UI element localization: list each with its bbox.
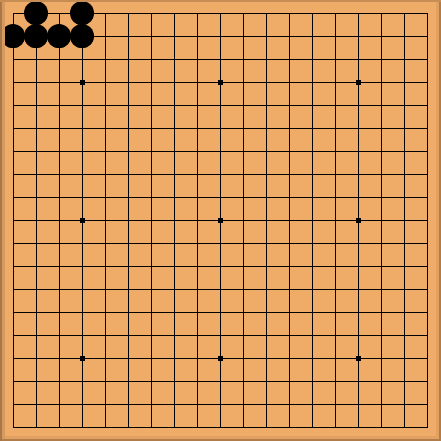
grid-cell	[105, 82, 128, 105]
grid-cell	[243, 243, 266, 266]
grid-cell	[381, 36, 404, 59]
grid-cell	[381, 404, 404, 427]
grid-cell	[82, 59, 105, 82]
grid-cell	[151, 266, 174, 289]
grid-cell	[289, 82, 312, 105]
grid-cell	[381, 289, 404, 312]
grid-cell	[13, 197, 36, 220]
grid-cell	[174, 128, 197, 151]
grid-cell	[404, 404, 427, 427]
grid-cell	[36, 151, 59, 174]
grid-cell	[82, 174, 105, 197]
grid-cell	[151, 36, 174, 59]
grid-cell	[289, 59, 312, 82]
grid-cell	[243, 312, 266, 335]
grid-cell	[128, 266, 151, 289]
grid-cell	[289, 404, 312, 427]
grid-cell	[36, 59, 59, 82]
grid-cell	[151, 381, 174, 404]
grid-cell	[197, 13, 220, 36]
grid-cell	[266, 151, 289, 174]
grid-cell	[404, 36, 427, 59]
grid-cell	[220, 151, 243, 174]
grid-cell	[13, 220, 36, 243]
grid-cell	[82, 197, 105, 220]
grid-cell	[266, 197, 289, 220]
grid-cell	[174, 335, 197, 358]
grid-cell	[59, 335, 82, 358]
grid-cell	[151, 174, 174, 197]
grid-cell	[174, 174, 197, 197]
grid-cell	[174, 358, 197, 381]
grid-cell	[128, 59, 151, 82]
grid-cell	[13, 335, 36, 358]
grid-cell	[312, 358, 335, 381]
grid-cell	[358, 243, 381, 266]
grid-cell	[197, 105, 220, 128]
grid-cell	[105, 128, 128, 151]
grid-cell	[151, 289, 174, 312]
grid-cell	[243, 404, 266, 427]
grid-cell	[358, 266, 381, 289]
grid-cell	[174, 59, 197, 82]
grid-cell	[197, 289, 220, 312]
grid-cell	[220, 220, 243, 243]
grid-cell	[243, 105, 266, 128]
grid-cell	[358, 59, 381, 82]
go-board[interactable]: ●●●●●●	[0, 0, 441, 441]
grid-cell	[358, 174, 381, 197]
grid-cell	[128, 381, 151, 404]
grid-cell	[289, 36, 312, 59]
star-point	[356, 80, 361, 85]
grid-cell	[381, 381, 404, 404]
grid-cell	[312, 13, 335, 36]
grid-cell	[266, 174, 289, 197]
black-stone[interactable]: ●	[70, 1, 94, 25]
grid-cell	[151, 243, 174, 266]
grid-cell	[289, 220, 312, 243]
grid-cell	[59, 220, 82, 243]
grid-cell	[13, 82, 36, 105]
grid-cell	[381, 197, 404, 220]
grid-cell	[105, 335, 128, 358]
grid-cell	[128, 220, 151, 243]
grid-cell	[358, 404, 381, 427]
grid-cell	[266, 13, 289, 36]
grid-cell	[358, 197, 381, 220]
grid-cell	[312, 128, 335, 151]
grid-cell	[36, 404, 59, 427]
grid-cell	[82, 266, 105, 289]
grid-cell	[151, 59, 174, 82]
grid-cell	[243, 197, 266, 220]
grid-cell	[220, 335, 243, 358]
grid-cell	[105, 404, 128, 427]
grid-cell	[197, 358, 220, 381]
grid-cell	[312, 105, 335, 128]
grid-cell	[105, 174, 128, 197]
grid-cell	[335, 197, 358, 220]
grid-cell	[105, 59, 128, 82]
grid-cell	[128, 335, 151, 358]
grid-cell	[82, 404, 105, 427]
grid-cell	[358, 105, 381, 128]
grid-cell	[105, 266, 128, 289]
star-point	[356, 218, 361, 223]
grid-cell	[381, 151, 404, 174]
grid-cell	[220, 381, 243, 404]
grid-cell	[335, 151, 358, 174]
black-stone[interactable]: ●	[1, 24, 25, 48]
grid-cell	[381, 13, 404, 36]
grid-cell	[335, 220, 358, 243]
grid-cell	[13, 312, 36, 335]
grid-cell	[243, 13, 266, 36]
grid-cell	[197, 59, 220, 82]
grid-cell	[36, 82, 59, 105]
grid-cell	[266, 312, 289, 335]
grid-cell	[312, 335, 335, 358]
grid-cell	[174, 36, 197, 59]
grid-cell	[197, 174, 220, 197]
grid-cell	[151, 151, 174, 174]
grid-cell	[174, 105, 197, 128]
grid-cell	[358, 220, 381, 243]
star-point	[218, 356, 223, 361]
grid-cell	[358, 36, 381, 59]
grid-cell	[220, 289, 243, 312]
grid-cell	[358, 289, 381, 312]
grid-cell	[404, 266, 427, 289]
grid-cell	[151, 128, 174, 151]
grid-cell	[266, 289, 289, 312]
grid-cell	[59, 243, 82, 266]
grid-cell	[335, 266, 358, 289]
grid-cell	[312, 197, 335, 220]
grid-cell	[82, 243, 105, 266]
grid-cell	[381, 312, 404, 335]
grid-cell	[151, 105, 174, 128]
grid-cell	[128, 243, 151, 266]
grid-cell	[36, 289, 59, 312]
grid-cell	[59, 128, 82, 151]
star-point	[80, 218, 85, 223]
grid-cell	[13, 289, 36, 312]
grid-cell	[358, 82, 381, 105]
grid-cell	[335, 243, 358, 266]
grid-cell	[36, 312, 59, 335]
grid-cell	[220, 105, 243, 128]
grid-cell	[358, 312, 381, 335]
grid-cell	[220, 358, 243, 381]
grid-cell	[358, 381, 381, 404]
grid-cell	[59, 289, 82, 312]
grid-cell	[381, 266, 404, 289]
grid-cell	[13, 404, 36, 427]
grid-cell	[220, 266, 243, 289]
grid-cell	[36, 128, 59, 151]
grid-cell	[197, 243, 220, 266]
grid-cell	[174, 13, 197, 36]
grid-cell	[266, 105, 289, 128]
grid-cell	[381, 105, 404, 128]
grid-cell	[105, 289, 128, 312]
grid-cell	[289, 266, 312, 289]
grid-cell	[335, 82, 358, 105]
grid-cell	[128, 358, 151, 381]
grid-cell	[59, 381, 82, 404]
grid-cell	[243, 59, 266, 82]
grid-cell	[220, 404, 243, 427]
grid-cell	[312, 312, 335, 335]
grid-cell	[358, 128, 381, 151]
grid-cell	[105, 151, 128, 174]
grid-cell	[174, 289, 197, 312]
grid-cell	[358, 358, 381, 381]
grid-cell	[243, 289, 266, 312]
black-stone[interactable]: ●	[24, 24, 48, 48]
grid-cell	[36, 335, 59, 358]
star-point	[218, 80, 223, 85]
grid-cell	[82, 335, 105, 358]
grid-cell	[151, 404, 174, 427]
grid-cell	[266, 128, 289, 151]
grid-cell	[381, 335, 404, 358]
grid-cell	[13, 128, 36, 151]
grid-cell	[13, 243, 36, 266]
grid-cell	[335, 59, 358, 82]
grid-cell	[128, 36, 151, 59]
grid-cell	[197, 82, 220, 105]
grid-cell	[36, 220, 59, 243]
grid-cell	[266, 404, 289, 427]
grid-cell	[312, 381, 335, 404]
grid-cell	[174, 220, 197, 243]
grid-cell	[59, 174, 82, 197]
grid-cell	[289, 289, 312, 312]
grid-cell	[174, 312, 197, 335]
grid-cell	[335, 335, 358, 358]
grid-cell	[312, 289, 335, 312]
grid-cell	[266, 59, 289, 82]
grid-cell	[105, 220, 128, 243]
grid-cell	[404, 312, 427, 335]
grid-cell	[312, 36, 335, 59]
grid-cell	[335, 289, 358, 312]
grid-cell	[59, 59, 82, 82]
grid-cell	[82, 105, 105, 128]
grid-cell	[105, 13, 128, 36]
grid-cell	[128, 128, 151, 151]
grid-cell	[404, 13, 427, 36]
grid-cell	[128, 289, 151, 312]
grid-cell	[243, 335, 266, 358]
grid-cell	[266, 358, 289, 381]
grid-cell	[404, 151, 427, 174]
grid-cell	[128, 174, 151, 197]
grid-cell	[59, 82, 82, 105]
grid-cell	[404, 335, 427, 358]
grid-cell	[220, 312, 243, 335]
grid-cell	[105, 243, 128, 266]
grid-cell	[381, 174, 404, 197]
grid-cell	[381, 59, 404, 82]
grid-cell	[151, 197, 174, 220]
grid-cell	[266, 243, 289, 266]
grid-cell	[335, 312, 358, 335]
grid-cell	[36, 381, 59, 404]
grid-cell	[174, 151, 197, 174]
grid-cell	[59, 358, 82, 381]
grid-cell	[151, 312, 174, 335]
grid-cell	[312, 266, 335, 289]
grid-cell	[174, 381, 197, 404]
grid-cell	[289, 197, 312, 220]
grid-cell	[59, 105, 82, 128]
grid-cell	[312, 82, 335, 105]
grid-cell	[335, 404, 358, 427]
grid-cell	[174, 404, 197, 427]
grid-cell	[36, 197, 59, 220]
grid-cell	[197, 335, 220, 358]
grid-cell	[243, 128, 266, 151]
grid-cell	[197, 381, 220, 404]
grid-cell	[335, 358, 358, 381]
grid-cell	[404, 174, 427, 197]
grid-cell	[36, 105, 59, 128]
grid-cell	[13, 266, 36, 289]
grid-cell	[289, 335, 312, 358]
grid-cell	[381, 358, 404, 381]
grid-cell	[105, 197, 128, 220]
grid-cell	[82, 381, 105, 404]
grid-cell	[174, 197, 197, 220]
grid-cell	[243, 381, 266, 404]
grid-cell	[105, 312, 128, 335]
grid-cell	[312, 151, 335, 174]
grid-cell	[36, 243, 59, 266]
grid-cell	[289, 151, 312, 174]
grid-cell	[404, 381, 427, 404]
black-stone[interactable]: ●	[47, 24, 71, 48]
grid-cell	[312, 243, 335, 266]
grid-cell	[243, 266, 266, 289]
grid-cell	[404, 197, 427, 220]
grid-cell	[36, 174, 59, 197]
grid-cell	[220, 174, 243, 197]
grid-cell	[13, 59, 36, 82]
grid-cell	[128, 82, 151, 105]
grid-cell	[220, 82, 243, 105]
grid-cell	[128, 197, 151, 220]
grid-cell	[335, 13, 358, 36]
grid-cell	[128, 13, 151, 36]
black-stone[interactable]: ●	[24, 1, 48, 25]
grid-cell	[289, 381, 312, 404]
grid-cell	[59, 312, 82, 335]
grid-cell	[404, 128, 427, 151]
grid-cell	[59, 151, 82, 174]
grid-cell	[404, 59, 427, 82]
grid-cell	[174, 82, 197, 105]
grid-cell	[82, 128, 105, 151]
grid-cell	[220, 243, 243, 266]
grid-cell	[243, 151, 266, 174]
grid-cell	[82, 151, 105, 174]
grid-cell	[151, 13, 174, 36]
grid-cell	[220, 197, 243, 220]
star-point	[80, 356, 85, 361]
grid-cell	[312, 59, 335, 82]
grid-cell	[197, 128, 220, 151]
grid-cell	[220, 128, 243, 151]
grid-cell	[381, 82, 404, 105]
grid-cell	[82, 358, 105, 381]
grid-cell	[404, 243, 427, 266]
grid-cell	[312, 220, 335, 243]
grid-cell	[197, 197, 220, 220]
grid-cell	[335, 381, 358, 404]
grid-cell	[358, 151, 381, 174]
grid-cell	[404, 105, 427, 128]
grid-cell	[36, 266, 59, 289]
grid-cell	[289, 13, 312, 36]
grid-cell	[335, 105, 358, 128]
grid-cell	[197, 404, 220, 427]
grid-cell	[105, 381, 128, 404]
grid-cell	[312, 174, 335, 197]
grid-cell	[381, 128, 404, 151]
grid-cell	[243, 174, 266, 197]
grid-cell	[289, 312, 312, 335]
grid-cell	[404, 82, 427, 105]
grid-cell	[243, 36, 266, 59]
grid-cell	[59, 404, 82, 427]
grid-cell	[105, 358, 128, 381]
grid-cell	[59, 266, 82, 289]
grid-cell	[128, 404, 151, 427]
grid-cell	[174, 266, 197, 289]
star-point	[80, 80, 85, 85]
grid-cell	[13, 358, 36, 381]
grid-cell	[220, 36, 243, 59]
grid-cell	[151, 358, 174, 381]
grid-cell	[197, 312, 220, 335]
black-stone[interactable]: ●	[70, 24, 94, 48]
grid-cell	[128, 151, 151, 174]
grid-cell	[197, 220, 220, 243]
grid-cell	[289, 174, 312, 197]
grid-cell	[381, 220, 404, 243]
grid-cell	[13, 174, 36, 197]
grid-cell	[404, 220, 427, 243]
grid-cell	[289, 105, 312, 128]
grid-cell	[105, 105, 128, 128]
grid-cell	[151, 220, 174, 243]
grid-cell	[243, 82, 266, 105]
grid-cell	[151, 335, 174, 358]
grid-cell	[335, 36, 358, 59]
grid-cell	[105, 36, 128, 59]
grid-cell	[13, 381, 36, 404]
grid-cell	[266, 381, 289, 404]
grid-cell	[128, 105, 151, 128]
grid-cell	[266, 220, 289, 243]
grid-cell	[312, 404, 335, 427]
grid-cell	[358, 335, 381, 358]
grid-cell	[335, 174, 358, 197]
